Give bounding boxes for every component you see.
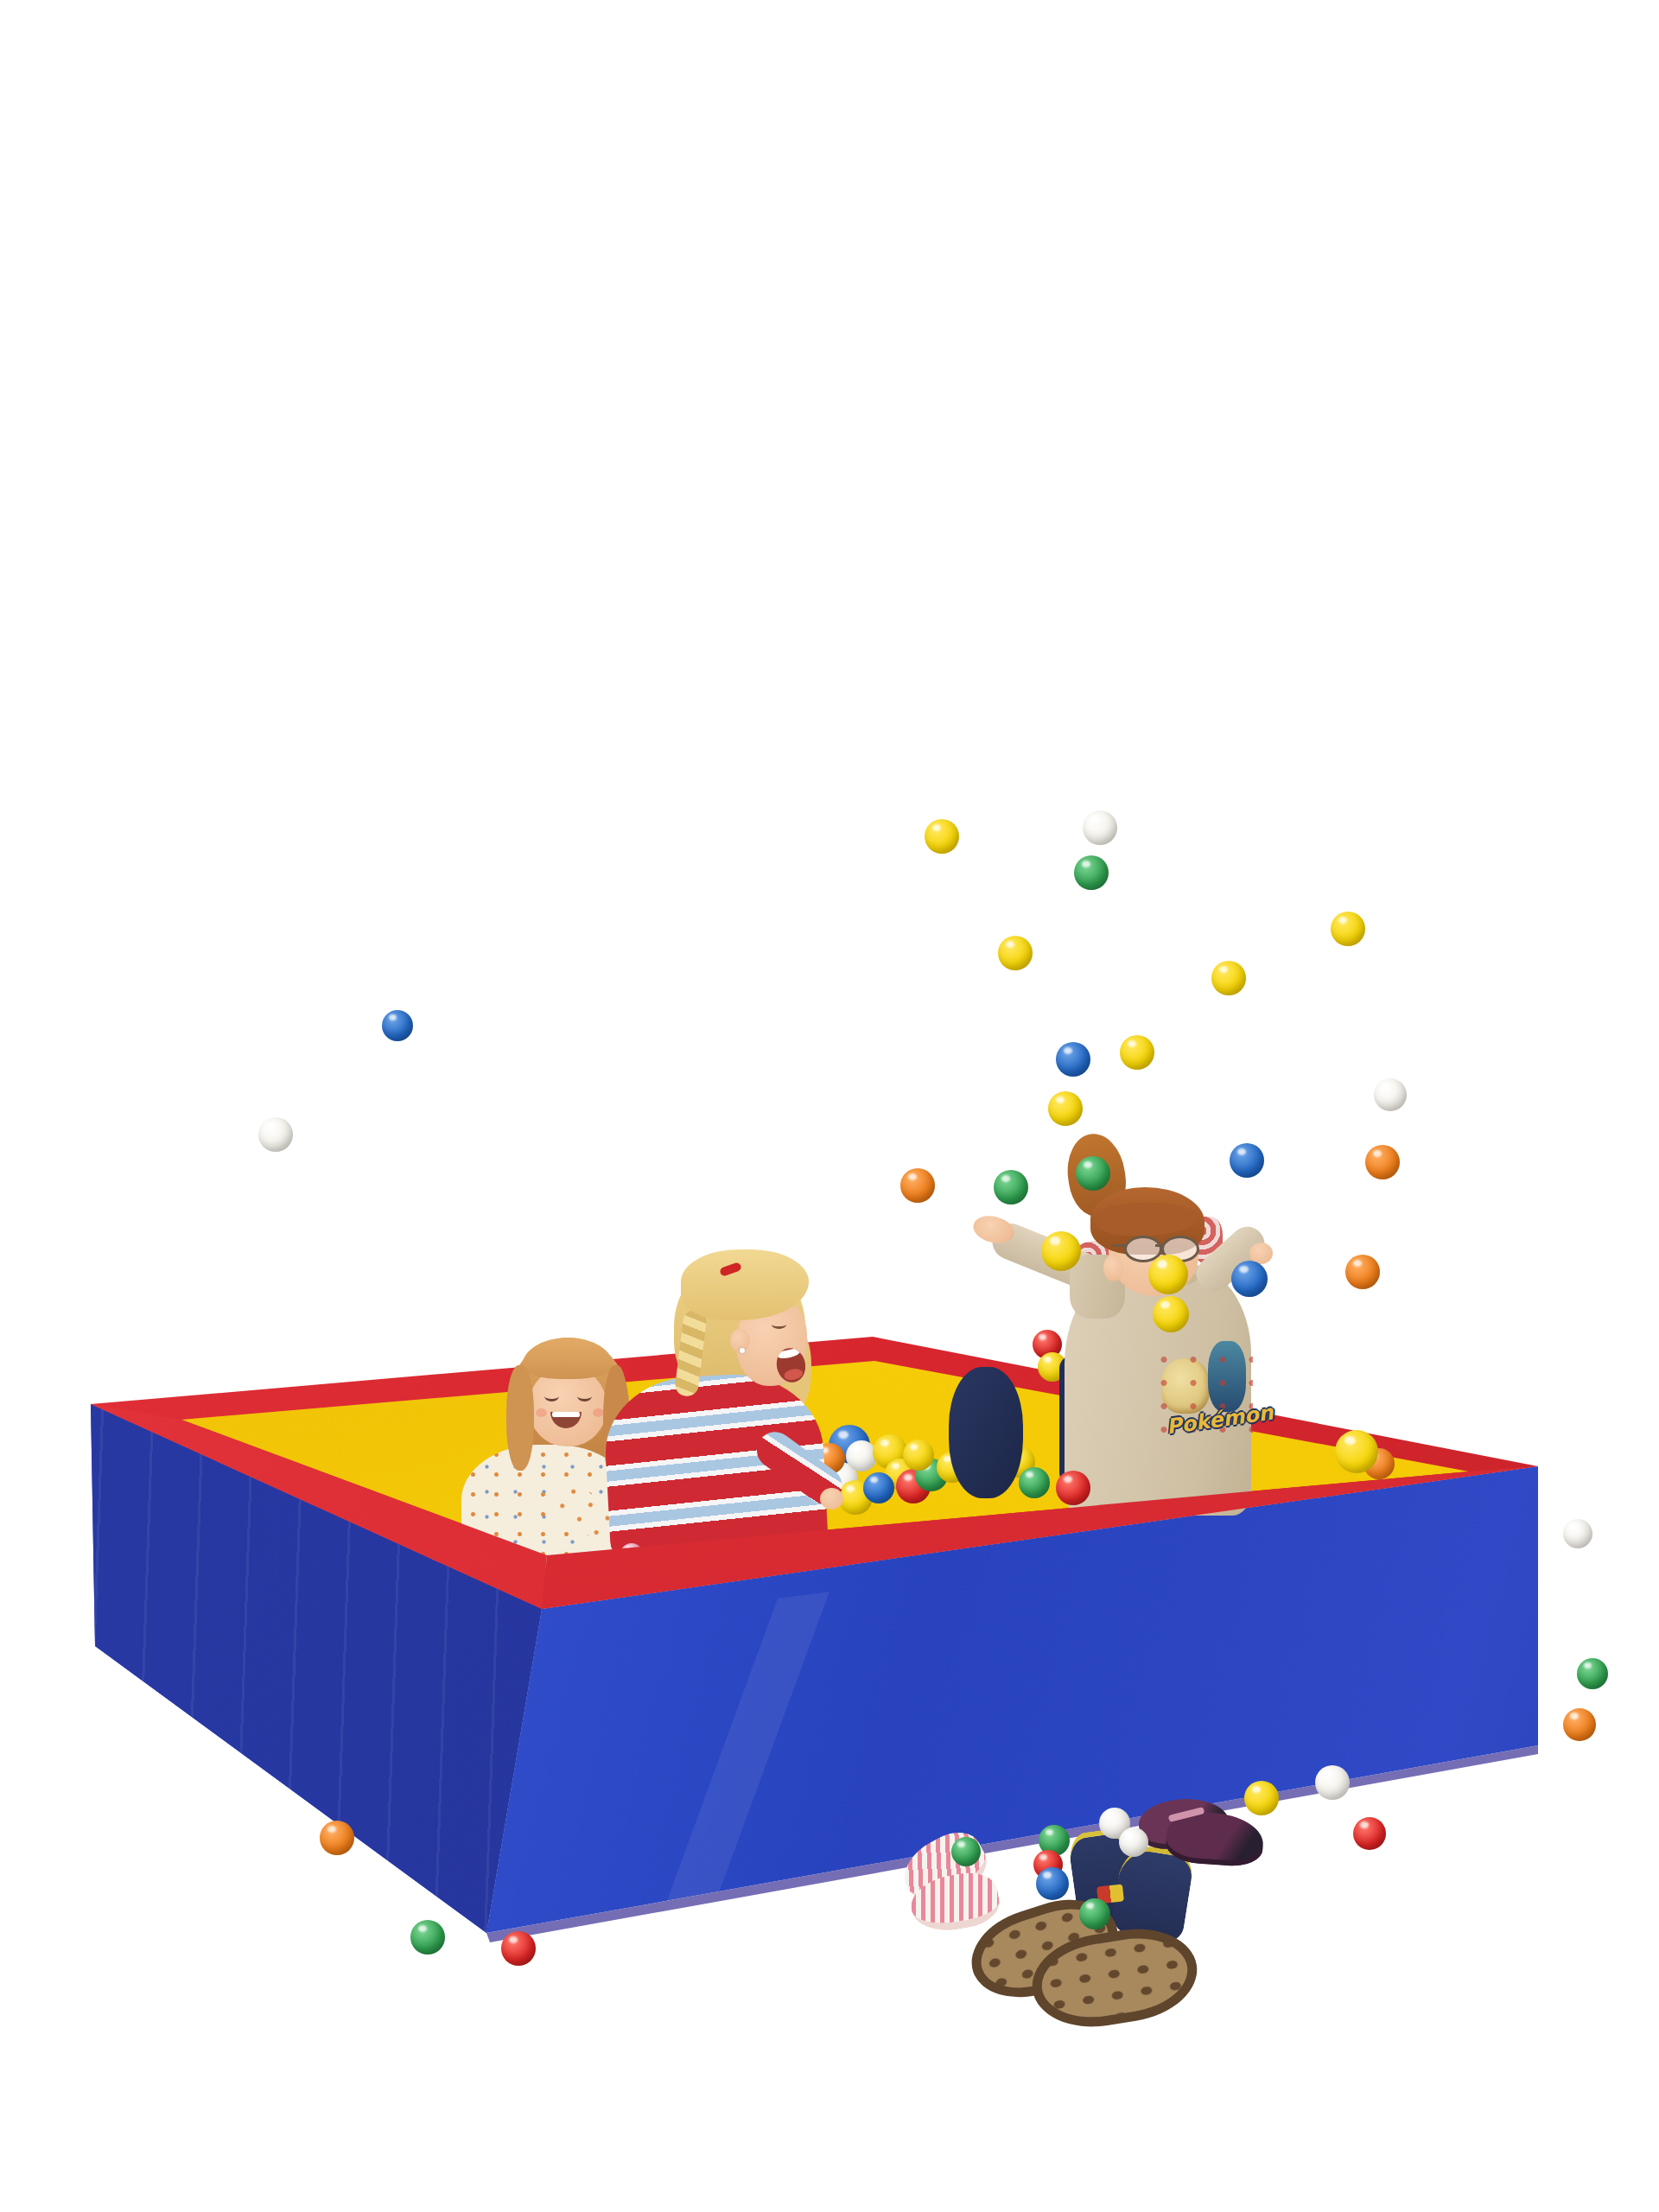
ball-green: [1019, 1467, 1050, 1498]
pool-bottom-piping: [0, 0, 1659, 2212]
ball-green: [1079, 1898, 1110, 1929]
boy-knee: [949, 1367, 1023, 1498]
ball-white: [258, 1117, 293, 1152]
ball-yellow: [1148, 1255, 1188, 1294]
ball-green: [994, 1170, 1028, 1205]
left-girl-cheek: [593, 1408, 604, 1417]
ball-green: [1076, 1156, 1110, 1191]
ball-yellow: [1048, 1091, 1083, 1126]
ball-green: [951, 1837, 981, 1866]
ball-yellow: [1211, 961, 1246, 995]
middle-girl-hand: [820, 1488, 843, 1510]
ball-yellow: [903, 1440, 934, 1471]
ball-green: [1074, 855, 1109, 890]
ball-yellow: [925, 819, 959, 854]
ball-orange: [900, 1168, 935, 1203]
boy-ear: [1103, 1255, 1123, 1281]
left-girl-eye: [544, 1391, 559, 1402]
ball-orange: [1345, 1255, 1380, 1289]
glasses-temple: [1113, 1244, 1126, 1247]
ball-orange: [1563, 1708, 1596, 1741]
glasses-bridge: [1155, 1244, 1163, 1247]
ball-blue: [382, 1010, 413, 1041]
ball-yellow: [1120, 1035, 1154, 1070]
ball-yellow: [1153, 1296, 1189, 1332]
ball-orange: [1365, 1145, 1400, 1179]
left-girl-hair-side: [506, 1365, 534, 1471]
ball-blue: [863, 1472, 894, 1503]
left-girl-fringe: [522, 1338, 613, 1379]
ball-red: [1056, 1471, 1090, 1505]
ball-white: [1119, 1827, 1148, 1857]
left-girl-cheek: [536, 1408, 547, 1417]
left-girl-eye: [577, 1391, 592, 1402]
ball-blue: [1230, 1143, 1264, 1178]
ball-yellow: [998, 936, 1033, 970]
ball-white: [846, 1440, 877, 1471]
middle-girl-eye: [772, 1320, 786, 1329]
middle-girl-earring: [740, 1348, 745, 1353]
ball-white: [1374, 1078, 1407, 1111]
ball-yellow: [1335, 1430, 1378, 1473]
ball-white: [1315, 1765, 1350, 1800]
ball-yellow: [1041, 1231, 1081, 1271]
ball-blue: [1231, 1261, 1268, 1297]
ball-white: [1563, 1519, 1592, 1548]
ball-green: [410, 1920, 445, 1955]
ball-green: [1577, 1658, 1608, 1689]
ball-white: [1083, 810, 1117, 845]
ball-orange: [320, 1821, 354, 1855]
ball-yellow: [1244, 1781, 1279, 1815]
ball-red: [1353, 1817, 1386, 1850]
ball-red: [501, 1931, 536, 1966]
ball-blue: [1036, 1867, 1069, 1900]
ball-blue: [1056, 1042, 1090, 1077]
ball-yellow: [1331, 912, 1365, 946]
ball-pit-photo: Pokémon: [0, 0, 1659, 2212]
